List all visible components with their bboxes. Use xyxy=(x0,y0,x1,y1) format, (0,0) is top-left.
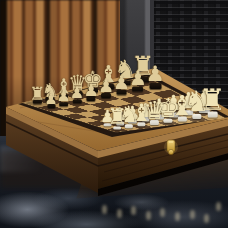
piece-black-pawn-a7[interactable]: ♟ xyxy=(44,92,57,108)
piece-black-pawn-f7[interactable]: ♟ xyxy=(113,74,130,95)
black-pawn-glyph: ♟ xyxy=(57,89,71,104)
piece-black-rook-a8[interactable]: ♜ xyxy=(29,85,45,104)
black-rook-glyph: ♜ xyxy=(29,85,45,102)
piece-black-pawn-h7[interactable]: ♟ xyxy=(146,64,165,88)
piece-white-rook-a1[interactable]: ♜ xyxy=(107,107,127,130)
black-pawn-glyph: ♟ xyxy=(44,92,57,106)
black-pawn-glyph: ♟ xyxy=(98,78,114,95)
piece-black-pawn-d7[interactable]: ♟ xyxy=(84,82,99,101)
piece-black-pawn-e7[interactable]: ♟ xyxy=(98,78,114,98)
black-pawn-glyph: ♟ xyxy=(70,86,84,101)
piece-black-pawn-g7[interactable]: ♟ xyxy=(129,69,147,92)
black-pawn-glyph: ♟ xyxy=(129,69,147,88)
white-rook-glyph: ♜ xyxy=(107,107,127,128)
black-pawn-glyph: ♟ xyxy=(113,74,130,92)
chess-set-photo: ♜♞♝♛♚♝♞♜♟♟♟♟♟♟♟♟♟♟♟♟♟♟♟♟♜♞♝♛♚♝♞♜ xyxy=(0,0,228,228)
black-pawn-glyph: ♟ xyxy=(146,64,165,84)
piece-black-pawn-b7[interactable]: ♟ xyxy=(57,89,71,106)
piece-black-pawn-c7[interactable]: ♟ xyxy=(70,86,84,104)
black-pawn-glyph: ♟ xyxy=(84,82,99,98)
